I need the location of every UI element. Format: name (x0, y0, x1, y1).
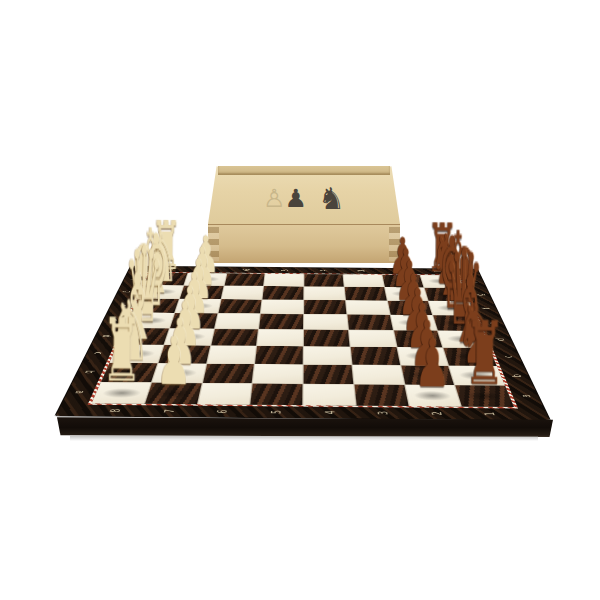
board-surface: 87654321 87654321 hgfedcba hgfedcba ♜♟♟♜… (56, 266, 550, 420)
coordinate-label: 3 (351, 265, 372, 277)
square-a4 (303, 384, 355, 405)
white-pawn: ♟ (134, 327, 213, 394)
square-b4 (304, 364, 353, 384)
coordinate-label: 5 (275, 264, 295, 276)
square-a7: ♟ (145, 383, 201, 404)
squares: ♜♟♟♜♞♟♟♞♝♟♟♝♚♟♟♚♛♟♟♛♝♟♟♝♞♟♟♞♜♟♟♜ (92, 273, 514, 407)
coordinate-label: 6 (236, 264, 257, 276)
brown-rook: ♜ (445, 309, 525, 397)
square-a1: ♜ (456, 385, 514, 406)
square-d4 (304, 330, 349, 347)
square-g4 (304, 287, 345, 300)
square-f4 (304, 300, 346, 314)
floor-reflection (70, 436, 538, 441)
square-e4 (304, 314, 348, 329)
square-c5 (255, 346, 303, 364)
square-g5 (263, 286, 304, 299)
square-f5 (261, 300, 303, 314)
chess-board: 87654321 87654321 hgfedcba hgfedcba ♜♟♟♜… (98, 124, 509, 535)
square-a5 (251, 384, 303, 405)
square-c4 (304, 346, 351, 364)
checkered-trim: ♜♟♟♜♞♟♟♞♝♟♟♝♚♟♟♚♛♟♟♛♝♟♟♝♞♟♟♞♜♟♟♜ (88, 272, 519, 409)
chess-set-product-photo: ♙ ♟ ♞ 87654321 87654321 hgfedcba hgfedcb… (0, 0, 600, 600)
square-d5 (257, 329, 303, 346)
square-b5 (253, 364, 303, 384)
square-e5 (259, 314, 303, 329)
coordinate-label: 4 (314, 265, 333, 277)
